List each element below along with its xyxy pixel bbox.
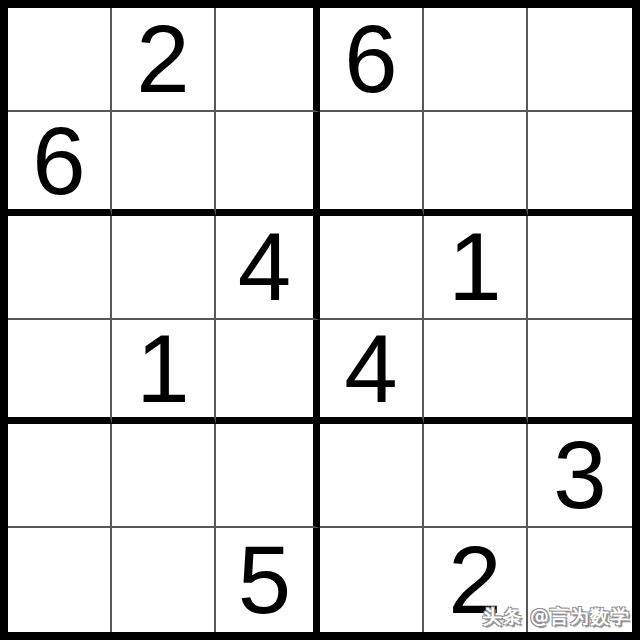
cell-r6c2[interactable] [112,528,216,632]
cell-r5c6[interactable]: 3 [528,424,632,528]
cell-r5c5[interactable] [424,424,528,528]
cell-r1c5[interactable] [424,8,528,112]
cell-r3c6[interactable] [528,216,632,320]
sudoku-grid: 2 6 6 4 1 1 4 3 5 2 [8,8,632,632]
cell-r2c1[interactable]: 6 [8,112,112,216]
cell-r6c1[interactable] [8,528,112,632]
cell-r3c1[interactable] [8,216,112,320]
cell-r2c4[interactable] [320,112,424,216]
watermark-toutiao: 头条 @言为数学 [482,604,630,630]
cell-r4c6[interactable] [528,320,632,424]
cell-r6c3[interactable]: 5 [216,528,320,632]
cell-r6c4[interactable] [320,528,424,632]
cell-r1c6[interactable] [528,8,632,112]
cell-r4c4[interactable]: 4 [320,320,424,424]
cell-r4c1[interactable] [8,320,112,424]
sudoku-board: 2 6 6 4 1 1 4 3 5 2 头条 @言为数 [0,0,640,640]
cell-r4c3[interactable] [216,320,320,424]
cell-r1c2[interactable]: 2 [112,8,216,112]
cell-r3c5[interactable]: 1 [424,216,528,320]
cell-r2c2[interactable] [112,112,216,216]
cell-r4c5[interactable] [424,320,528,424]
cell-r2c5[interactable] [424,112,528,216]
cell-r3c2[interactable] [112,216,216,320]
cell-r5c3[interactable] [216,424,320,528]
cell-r4c2[interactable]: 1 [112,320,216,424]
cell-r1c1[interactable] [8,8,112,112]
cell-r2c6[interactable] [528,112,632,216]
cell-r1c4[interactable]: 6 [320,8,424,112]
cell-r5c1[interactable] [8,424,112,528]
cell-r1c3[interactable] [216,8,320,112]
cell-r5c2[interactable] [112,424,216,528]
cell-r2c3[interactable] [216,112,320,216]
cell-r5c4[interactable] [320,424,424,528]
cell-r3c4[interactable] [320,216,424,320]
cell-r3c3[interactable]: 4 [216,216,320,320]
